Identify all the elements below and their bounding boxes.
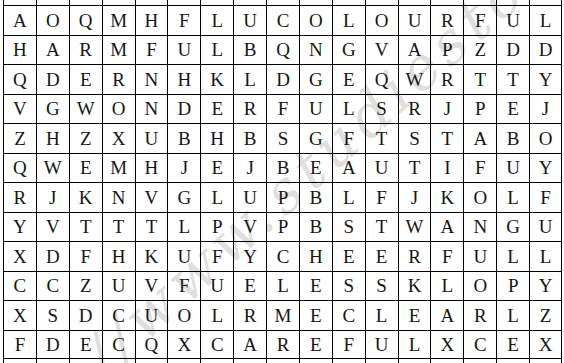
grid-cell: L bbox=[496, 241, 529, 271]
grid-cell: S bbox=[332, 212, 365, 242]
grid-cell: A bbox=[233, 330, 266, 360]
grid-cell: V bbox=[135, 271, 168, 301]
grid-cell: F bbox=[266, 94, 299, 124]
grid-cell: S bbox=[365, 271, 398, 301]
grid-cell: E bbox=[332, 241, 365, 271]
grid-cell: C bbox=[102, 330, 135, 360]
grid-cell: R bbox=[69, 35, 102, 65]
grid-cell: F bbox=[167, 271, 200, 301]
grid-cell: B bbox=[266, 153, 299, 183]
grid-cell: E bbox=[398, 300, 431, 330]
grid-cell: Q bbox=[69, 5, 102, 35]
grid-cell: C bbox=[3, 271, 36, 301]
grid-cell: E bbox=[332, 64, 365, 94]
grid-cell: O bbox=[463, 182, 496, 212]
grid-cell: D bbox=[266, 64, 299, 94]
grid-cell: O bbox=[299, 5, 332, 35]
cropped-row-stub bbox=[266, 359, 299, 363]
grid-cell: M bbox=[266, 300, 299, 330]
grid-cell: K bbox=[430, 182, 463, 212]
grid-cell: L bbox=[496, 182, 529, 212]
grid-cell: F bbox=[69, 241, 102, 271]
grid-cell: U bbox=[299, 94, 332, 124]
grid-cell: Y bbox=[3, 212, 36, 242]
cropped-row-stub bbox=[3, 359, 36, 363]
grid-cell: U bbox=[135, 300, 168, 330]
grid-cell: V bbox=[36, 212, 69, 242]
grid-cell: X bbox=[529, 330, 562, 360]
grid-cell: K bbox=[135, 241, 168, 271]
grid-cell: L bbox=[200, 35, 233, 65]
grid-cell: H bbox=[299, 241, 332, 271]
grid-cell: W bbox=[36, 153, 69, 183]
grid-cell: R bbox=[463, 300, 496, 330]
cropped-row-stub bbox=[102, 359, 135, 363]
grid-cell: Z bbox=[463, 35, 496, 65]
grid-cell: R bbox=[430, 5, 463, 35]
grid-cell: A bbox=[3, 5, 36, 35]
cropped-row-stub bbox=[233, 359, 266, 363]
grid-cell: T bbox=[135, 212, 168, 242]
cropped-row-stub bbox=[529, 359, 562, 363]
grid-cell: A bbox=[398, 35, 431, 65]
cropped-row-stub bbox=[463, 359, 496, 363]
grid-cell: H bbox=[135, 5, 168, 35]
grid-cell: B bbox=[299, 212, 332, 242]
grid-cell: R bbox=[266, 330, 299, 360]
grid-cell: A bbox=[36, 35, 69, 65]
grid-cell: O bbox=[365, 5, 398, 35]
grid-cell: Q bbox=[3, 153, 36, 183]
cropped-row-stub bbox=[69, 359, 102, 363]
grid-cell: D bbox=[36, 64, 69, 94]
grid-cell: K bbox=[200, 64, 233, 94]
grid-cell: U bbox=[102, 271, 135, 301]
grid-cell: O bbox=[102, 94, 135, 124]
grid-cell: J bbox=[233, 153, 266, 183]
grid-cell: A bbox=[332, 153, 365, 183]
cropped-row-stub bbox=[135, 359, 168, 363]
grid-cell: W bbox=[69, 94, 102, 124]
grid-cell: L bbox=[233, 64, 266, 94]
grid-cell: Z bbox=[69, 123, 102, 153]
cropped-row-stub bbox=[365, 359, 398, 363]
grid-cell: N bbox=[135, 94, 168, 124]
grid-cell: J bbox=[36, 182, 69, 212]
grid-cell: M bbox=[102, 153, 135, 183]
grid-cell: M bbox=[102, 35, 135, 65]
grid-cell: L bbox=[529, 5, 562, 35]
grid-cell: H bbox=[3, 35, 36, 65]
grid-cell: E bbox=[69, 64, 102, 94]
grid-cell: A bbox=[430, 212, 463, 242]
grid-cell: B bbox=[496, 123, 529, 153]
grid-cell: Q bbox=[135, 330, 168, 360]
grid-cell: L bbox=[398, 330, 431, 360]
grid-cell: D bbox=[36, 241, 69, 271]
grid-cell: Y bbox=[529, 271, 562, 301]
grid-cell: E bbox=[200, 94, 233, 124]
grid-cell: F bbox=[167, 5, 200, 35]
grid-cell: H bbox=[36, 123, 69, 153]
grid-cell: E bbox=[299, 330, 332, 360]
grid-cell: L bbox=[430, 271, 463, 301]
grid-cell: L bbox=[332, 5, 365, 35]
grid-cell: M bbox=[102, 5, 135, 35]
grid-cell: E bbox=[69, 153, 102, 183]
grid-cell: J bbox=[430, 94, 463, 124]
grid-cell: D bbox=[496, 35, 529, 65]
grid-cell: Z bbox=[529, 300, 562, 330]
grid-cell: F bbox=[200, 241, 233, 271]
grid-cell: V bbox=[233, 212, 266, 242]
grid-cell: B bbox=[233, 35, 266, 65]
grid-cell: U bbox=[496, 153, 529, 183]
grid-cell: V bbox=[365, 35, 398, 65]
grid-cell: E bbox=[200, 153, 233, 183]
cropped-row-stub bbox=[496, 359, 529, 363]
grid-cell: F bbox=[463, 153, 496, 183]
word-search-screenshot: ://www.studiestoday. AOQMHFLUCOLOURFULHA… bbox=[0, 0, 564, 363]
grid-cell: Q bbox=[3, 64, 36, 94]
grid-cell: O bbox=[463, 271, 496, 301]
grid-cell: W bbox=[398, 64, 431, 94]
grid-cell: K bbox=[69, 182, 102, 212]
grid-cell: X bbox=[3, 241, 36, 271]
grid-cell: E bbox=[299, 153, 332, 183]
grid-cell: O bbox=[167, 300, 200, 330]
grid-cell: I bbox=[430, 153, 463, 183]
cropped-row-stub bbox=[36, 359, 69, 363]
grid-cell: A bbox=[430, 300, 463, 330]
grid-cell: O bbox=[36, 5, 69, 35]
grid-cell: F bbox=[430, 241, 463, 271]
grid-cell: T bbox=[69, 212, 102, 242]
grid-cell: U bbox=[135, 123, 168, 153]
grid-cell: E bbox=[299, 300, 332, 330]
grid-cell: V bbox=[135, 182, 168, 212]
grid-cell: C bbox=[332, 300, 365, 330]
grid-cell: C bbox=[36, 271, 69, 301]
grid-cell: T bbox=[365, 212, 398, 242]
grid-cell: E bbox=[496, 94, 529, 124]
grid-cell: R bbox=[430, 64, 463, 94]
grid-cell: H bbox=[102, 241, 135, 271]
grid-cell: Q bbox=[266, 35, 299, 65]
grid-cell: F bbox=[332, 123, 365, 153]
grid-cell: L bbox=[266, 271, 299, 301]
grid-cell: X bbox=[167, 330, 200, 360]
grid-cell: C bbox=[266, 5, 299, 35]
grid-cell: B bbox=[299, 182, 332, 212]
grid-cell: U bbox=[463, 241, 496, 271]
grid-cell: D bbox=[36, 330, 69, 360]
grid-cell: B bbox=[167, 123, 200, 153]
grid-cell: U bbox=[529, 212, 562, 242]
grid-cell: N bbox=[299, 35, 332, 65]
grid-cell: U bbox=[233, 5, 266, 35]
grid-cell: U bbox=[200, 271, 233, 301]
grid-cell: P bbox=[266, 212, 299, 242]
grid-cell: Y bbox=[233, 241, 266, 271]
grid-cell: R bbox=[398, 94, 431, 124]
grid-cell: P bbox=[430, 35, 463, 65]
grid-cell: U bbox=[398, 5, 431, 35]
grid-cell: R bbox=[102, 64, 135, 94]
grid-cell: Z bbox=[3, 123, 36, 153]
grid-cell: F bbox=[463, 5, 496, 35]
grid-cell: R bbox=[233, 300, 266, 330]
grid-cell: X bbox=[430, 330, 463, 360]
grid-cell: F bbox=[529, 182, 562, 212]
grid-cell: E bbox=[299, 271, 332, 301]
grid-cell: S bbox=[365, 94, 398, 124]
cropped-row-stub bbox=[430, 359, 463, 363]
grid-cell: P bbox=[266, 182, 299, 212]
grid-cell: W bbox=[398, 212, 431, 242]
grid-cell: F bbox=[3, 330, 36, 360]
grid-cell: K bbox=[398, 271, 431, 301]
grid-cell: L bbox=[200, 300, 233, 330]
grid-cell: C bbox=[266, 241, 299, 271]
grid-cell: T bbox=[463, 64, 496, 94]
grid-cell: T bbox=[430, 123, 463, 153]
grid-cell: O bbox=[529, 123, 562, 153]
grid-cell: H bbox=[167, 64, 200, 94]
grid-cell: X bbox=[102, 123, 135, 153]
grid-cell: Q bbox=[365, 64, 398, 94]
grid-cell: U bbox=[365, 153, 398, 183]
cropped-row-stub bbox=[167, 359, 200, 363]
grid-cell: S bbox=[398, 123, 431, 153]
grid-cell: L bbox=[496, 300, 529, 330]
grid-cell: G bbox=[167, 182, 200, 212]
grid-cell: U bbox=[167, 35, 200, 65]
grid-cell: E bbox=[496, 330, 529, 360]
grid-cell: P bbox=[463, 94, 496, 124]
grid-cell: L bbox=[200, 5, 233, 35]
cropped-row-stub bbox=[299, 359, 332, 363]
grid-cell: J bbox=[529, 94, 562, 124]
grid-cell: L bbox=[167, 212, 200, 242]
grid-cell: T bbox=[398, 153, 431, 183]
grid-cell: S bbox=[36, 300, 69, 330]
grid-cell: T bbox=[365, 123, 398, 153]
grid-cell: D bbox=[529, 35, 562, 65]
grid-cell: F bbox=[365, 182, 398, 212]
cropped-row-stub bbox=[200, 359, 233, 363]
grid-cell: U bbox=[496, 5, 529, 35]
grid-cell: J bbox=[167, 153, 200, 183]
grid-cell: U bbox=[233, 182, 266, 212]
grid-cell: Z bbox=[69, 271, 102, 301]
grid-cell: E bbox=[233, 271, 266, 301]
grid-cell: H bbox=[200, 123, 233, 153]
grid-cell: B bbox=[233, 123, 266, 153]
grid-cell: G bbox=[36, 94, 69, 124]
grid-cell: F bbox=[332, 330, 365, 360]
grid-cell: E bbox=[69, 330, 102, 360]
grid-cell: P bbox=[496, 271, 529, 301]
grid-cell: N bbox=[463, 212, 496, 242]
grid-cell: L bbox=[332, 94, 365, 124]
grid-cell: R bbox=[3, 182, 36, 212]
word-search-grid: AOQMHFLUCOLOURFULHARMFULBQNGVAPZDDQDERNH… bbox=[3, 0, 562, 363]
grid-cell: L bbox=[200, 182, 233, 212]
grid-cell: L bbox=[332, 182, 365, 212]
grid-cell: G bbox=[299, 123, 332, 153]
grid-cell: C bbox=[200, 330, 233, 360]
grid-cell: N bbox=[102, 182, 135, 212]
grid-cell: S bbox=[332, 271, 365, 301]
grid-cell: R bbox=[398, 241, 431, 271]
grid-cell: C bbox=[463, 330, 496, 360]
grid-cell: H bbox=[135, 153, 168, 183]
grid-cell: V bbox=[3, 94, 36, 124]
grid-cell: R bbox=[233, 94, 266, 124]
cropped-row-stub bbox=[398, 359, 431, 363]
cropped-row-stub bbox=[332, 359, 365, 363]
grid-cell: F bbox=[135, 35, 168, 65]
grid-cell: L bbox=[365, 300, 398, 330]
grid-cell: P bbox=[200, 212, 233, 242]
grid-cell: D bbox=[167, 94, 200, 124]
grid-cell: G bbox=[332, 35, 365, 65]
grid-cell: T bbox=[496, 64, 529, 94]
grid-cell: U bbox=[167, 241, 200, 271]
grid-cell: U bbox=[365, 330, 398, 360]
grid-cell: J bbox=[398, 182, 431, 212]
grid-cell: N bbox=[135, 64, 168, 94]
grid-cell: L bbox=[529, 241, 562, 271]
grid-cell: S bbox=[266, 123, 299, 153]
grid-cell: G bbox=[299, 64, 332, 94]
grid-cell: E bbox=[365, 241, 398, 271]
grid-cell: T bbox=[102, 212, 135, 242]
grid-cell: A bbox=[463, 123, 496, 153]
grid-cell: X bbox=[3, 300, 36, 330]
grid-cell: C bbox=[102, 300, 135, 330]
grid-cell: Y bbox=[529, 64, 562, 94]
grid-cell: Y bbox=[529, 153, 562, 183]
grid-cell: D bbox=[69, 300, 102, 330]
grid-cell: G bbox=[496, 212, 529, 242]
